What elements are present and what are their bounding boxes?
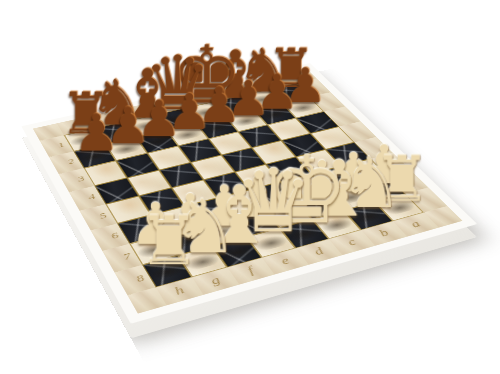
piece-shadow <box>284 224 324 243</box>
piece-shadow <box>133 240 174 260</box>
board-frame-cell <box>388 170 429 194</box>
piece-shadow <box>300 196 339 214</box>
piece-shadow <box>217 242 258 262</box>
piece-shadow <box>182 251 223 271</box>
chessboard-scene: 1♜♞♝♛♚♝♞♜2♟♟♟♟♟♟♟♟34567♟♟♟♟♟♟♟♟8♜♞♝♛♚♝♞♜… <box>63 0 407 344</box>
piece-shadow <box>200 120 235 135</box>
piece-shadow <box>146 261 188 282</box>
chessboard: 1♜♞♝♛♚♝♞♜2♟♟♟♟♟♟♟♟34567♟♟♟♟♟♟♟♟8♜♞♝♛♚♝♞♜… <box>21 63 477 324</box>
piece-shadow <box>108 141 144 156</box>
piece-shadow <box>168 231 208 250</box>
piece-shadow <box>202 222 242 241</box>
piece-shadow <box>98 125 133 140</box>
square-f5 <box>172 180 218 206</box>
